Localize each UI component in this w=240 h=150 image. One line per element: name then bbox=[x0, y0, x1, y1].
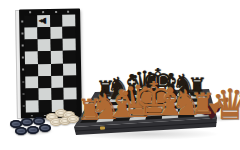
chess-set-photo: ♟ ♜♞♝♛♚♝♞♜♟♟♟♟♟♟♟♟♟♟♟♟♟♟♟♟♜♞♝♛♚♝♞♜ ♟♝♛ bbox=[0, 0, 240, 150]
dark-checker-piece[interactable] bbox=[21, 118, 33, 126]
dark-checker-piece[interactable] bbox=[39, 124, 51, 132]
dark-checker-piece[interactable] bbox=[27, 126, 39, 134]
dark-checker-piece[interactable] bbox=[15, 127, 27, 135]
white-rook-h1[interactable]: ♜ bbox=[189, 90, 215, 119]
clasp[interactable] bbox=[100, 126, 105, 129]
standing-light-queen[interactable]: ♛ bbox=[211, 84, 240, 126]
